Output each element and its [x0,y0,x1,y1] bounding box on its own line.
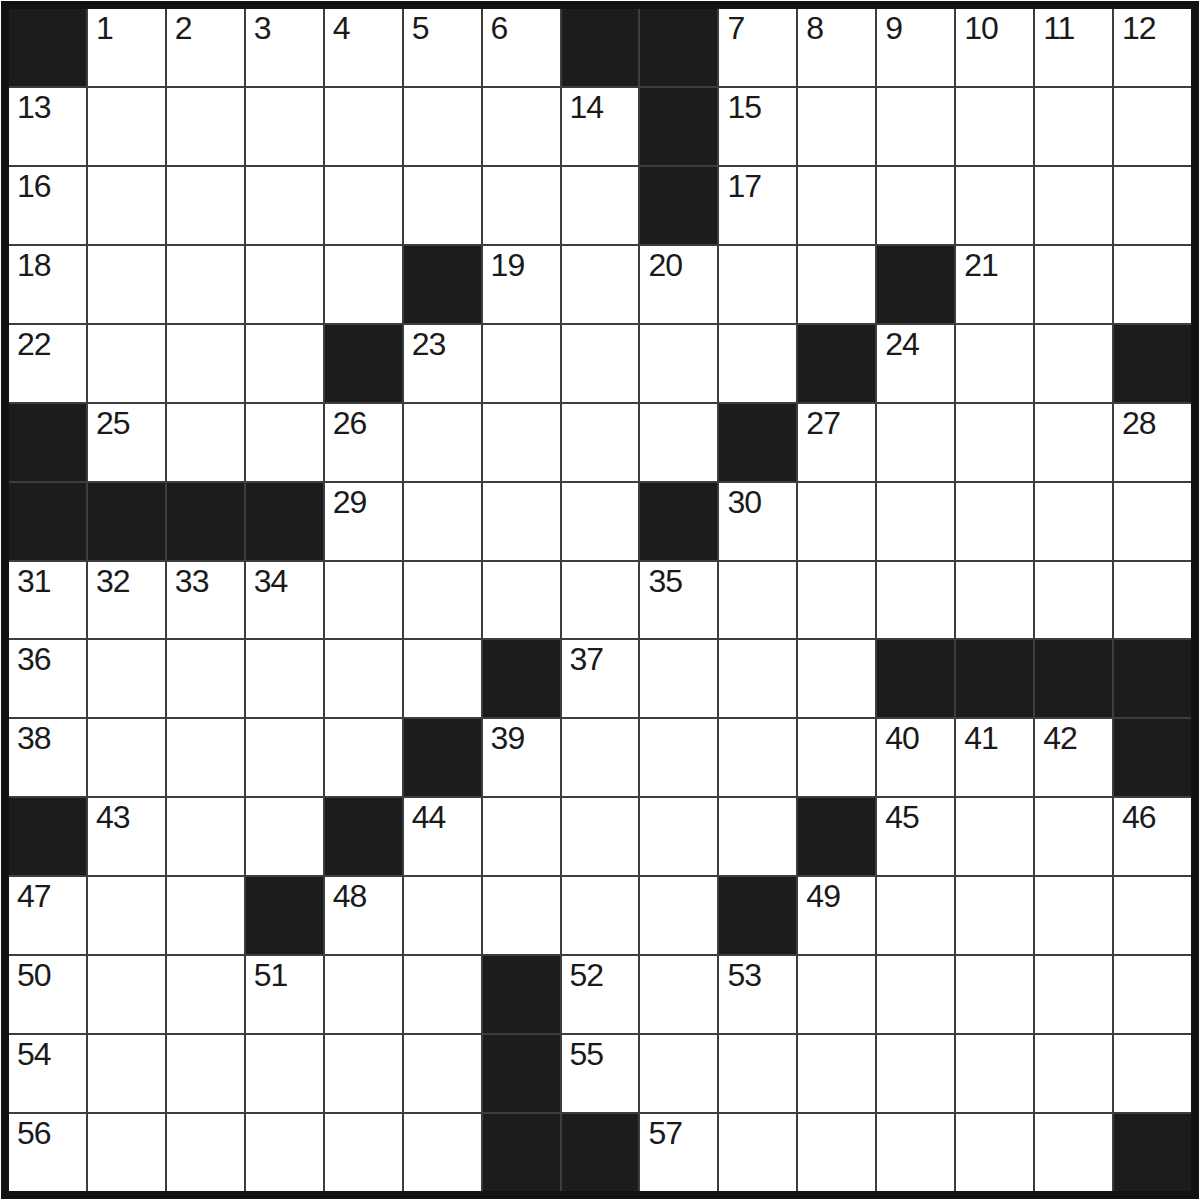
cell-r5c2[interactable] [88,325,165,402]
cell-r8c11[interactable] [798,562,875,639]
cell-r14c2[interactable] [88,1035,165,1112]
cell-r3c7[interactable] [483,167,560,244]
clue-number-33: 33 [167,562,244,599]
clue-number-46: 46 [1114,798,1191,835]
cell-r6c10-black [719,404,796,481]
clue-number-57: 57 [640,1114,717,1151]
cell-r15c5[interactable] [325,1114,402,1191]
cell-r3c14[interactable] [1035,167,1112,244]
cell-r8c13[interactable] [956,562,1033,639]
clue-number-34: 34 [246,562,323,599]
cell-r12c3[interactable] [167,877,244,954]
clue-number-32: 32 [88,562,165,599]
cell-r5c14[interactable] [1035,325,1112,402]
cell-r13c1[interactable]: 50 [9,956,86,1033]
cell-r14c6[interactable] [404,1035,481,1112]
cell-r10c8[interactable] [562,719,639,796]
cell-r6c14[interactable] [1035,404,1112,481]
cell-r11c9[interactable] [640,798,717,875]
cell-r2c14[interactable] [1035,88,1112,165]
clue-number-52: 52 [562,956,639,993]
clue-number-4: 4 [325,9,402,46]
cell-r6c2[interactable]: 25 [88,404,165,481]
cell-r1c10[interactable]: 7 [719,9,796,86]
cell-r2c8[interactable]: 14 [562,88,639,165]
cell-r13c7-black [483,956,560,1033]
cell-r9c11[interactable] [798,640,875,717]
cell-r1c11[interactable]: 8 [798,9,875,86]
cell-r7c14[interactable] [1035,483,1112,560]
clue-number-30: 30 [719,483,796,520]
cell-r11c8[interactable] [562,798,639,875]
cell-r4c14[interactable] [1035,246,1112,323]
cell-r8c14[interactable] [1035,562,1112,639]
cell-r8c4[interactable]: 34 [246,562,323,639]
cell-r9c13-black [956,640,1033,717]
cell-r9c4[interactable] [246,640,323,717]
cell-r3c12[interactable] [877,167,954,244]
clue-number-24: 24 [877,325,954,362]
cell-r15c15-black [1114,1114,1191,1191]
cell-r8c10[interactable] [719,562,796,639]
cell-r9c10[interactable] [719,640,796,717]
clue-number-43: 43 [88,798,165,835]
cell-r3c1[interactable]: 16 [9,167,86,244]
cell-r15c12[interactable] [877,1114,954,1191]
cell-r5c8[interactable] [562,325,639,402]
cell-r5c12[interactable]: 24 [877,325,954,402]
cell-r3c11[interactable] [798,167,875,244]
cell-r2c9-black [640,88,717,165]
cell-r9c5[interactable] [325,640,402,717]
cell-r7c3-black [167,483,244,560]
cell-r7c7[interactable] [483,483,560,560]
cell-r8c15[interactable] [1114,562,1191,639]
cell-r11c2[interactable]: 43 [88,798,165,875]
clue-number-26: 26 [325,404,402,441]
cell-r10c10[interactable] [719,719,796,796]
cell-r1c15[interactable]: 12 [1114,9,1191,86]
clue-number-36: 36 [9,640,86,677]
cell-r12c14[interactable] [1035,877,1112,954]
cell-r2c7[interactable] [483,88,560,165]
clue-number-54: 54 [9,1035,86,1072]
cell-r2c4[interactable] [246,88,323,165]
cell-r6c4[interactable] [246,404,323,481]
clue-number-21: 21 [956,246,1033,283]
cell-r4c9[interactable]: 20 [640,246,717,323]
cell-r6c15[interactable]: 28 [1114,404,1191,481]
clue-number-25: 25 [88,404,165,441]
clue-number-11: 11 [1035,9,1112,46]
cell-r10c12[interactable]: 40 [877,719,954,796]
cell-r3c4[interactable] [246,167,323,244]
clue-number-27: 27 [798,404,875,441]
cell-r4c3[interactable] [167,246,244,323]
clue-number-48: 48 [325,877,402,914]
cell-r3c15[interactable] [1114,167,1191,244]
cell-r14c14[interactable] [1035,1035,1112,1112]
cell-r11c1-black [9,798,86,875]
cell-r9c15-black [1114,640,1191,717]
cell-r7c9-black [640,483,717,560]
cell-r10c1[interactable]: 38 [9,719,86,796]
cell-r8c5[interactable] [325,562,402,639]
clue-number-16: 16 [9,167,86,204]
cell-r9c9[interactable] [640,640,717,717]
cell-r15c1[interactable]: 56 [9,1114,86,1191]
cell-r14c4[interactable] [246,1035,323,1112]
cell-r6c13[interactable] [956,404,1033,481]
cell-r3c6[interactable] [404,167,481,244]
cell-r8c1[interactable]: 31 [9,562,86,639]
cell-r6c6[interactable] [404,404,481,481]
cell-r9c1[interactable]: 36 [9,640,86,717]
cell-r7c6[interactable] [404,483,481,560]
cell-r10c7[interactable]: 39 [483,719,560,796]
cell-r13c5[interactable] [325,956,402,1033]
cell-r1c6[interactable]: 5 [404,9,481,86]
clue-number-1: 1 [88,9,165,46]
cell-r5c1[interactable]: 22 [9,325,86,402]
crossword-page: 1234567891011121314151617181920212223242… [0,0,1200,1200]
cell-r13c13[interactable] [956,956,1033,1033]
clue-number-42: 42 [1035,719,1112,756]
clue-number-5: 5 [404,9,481,46]
clue-number-8: 8 [798,9,875,46]
cell-r12c12[interactable] [877,877,954,954]
cell-r4c4[interactable] [246,246,323,323]
cell-r9c7-black [483,640,560,717]
cell-r12c1[interactable]: 47 [9,877,86,954]
cell-r5c5-black [325,325,402,402]
cell-r6c5[interactable]: 26 [325,404,402,481]
cell-r11c10[interactable] [719,798,796,875]
cell-r3c8[interactable] [562,167,639,244]
cell-r7c8[interactable] [562,483,639,560]
cell-r8c8[interactable] [562,562,639,639]
cell-r13c12[interactable] [877,956,954,1033]
cell-r11c11-black [798,798,875,875]
clue-number-31: 31 [9,562,86,599]
cell-r6c3[interactable] [167,404,244,481]
cell-r7c4-black [246,483,323,560]
cell-r6c7[interactable] [483,404,560,481]
cell-r8c2[interactable]: 32 [88,562,165,639]
cell-r4c10[interactable] [719,246,796,323]
cell-r6c11[interactable]: 27 [798,404,875,481]
clue-number-29: 29 [325,483,402,520]
cell-r11c5-black [325,798,402,875]
clue-number-13: 13 [9,88,86,125]
cell-r11c15[interactable]: 46 [1114,798,1191,875]
cell-r9c14-black [1035,640,1112,717]
cell-r14c9[interactable] [640,1035,717,1112]
cell-r7c11[interactable] [798,483,875,560]
cell-r2c3[interactable] [167,88,244,165]
cell-r12c15[interactable] [1114,877,1191,954]
cell-r5c15-black [1114,325,1191,402]
cell-r1c4[interactable]: 3 [246,9,323,86]
cell-r14c1[interactable]: 54 [9,1035,86,1112]
clue-number-14: 14 [562,88,639,125]
cell-r9c6[interactable] [404,640,481,717]
cell-r15c3[interactable] [167,1114,244,1191]
cell-r8c7[interactable] [483,562,560,639]
cell-r6c8[interactable] [562,404,639,481]
clue-number-44: 44 [404,798,481,835]
cell-r7c1-black [9,483,86,560]
cell-r13c4[interactable]: 51 [246,956,323,1033]
clue-number-53: 53 [719,956,796,993]
cell-r10c15-black [1114,719,1191,796]
cell-r10c6-black [404,719,481,796]
clue-number-51: 51 [246,956,323,993]
cell-r15c13[interactable] [956,1114,1033,1191]
cell-r15c2[interactable] [88,1114,165,1191]
cell-r3c9-black [640,167,717,244]
cell-r14c12[interactable] [877,1035,954,1112]
cell-r8c12[interactable] [877,562,954,639]
cell-r3c5[interactable] [325,167,402,244]
cell-r12c5[interactable]: 48 [325,877,402,954]
clue-number-17: 17 [719,167,796,204]
cell-r11c4[interactable] [246,798,323,875]
cell-r1c5[interactable]: 4 [325,9,402,86]
cell-r2c6[interactable] [404,88,481,165]
cell-r10c3[interactable] [167,719,244,796]
cell-r3c13[interactable] [956,167,1033,244]
clue-number-39: 39 [483,719,560,756]
cell-r15c10[interactable] [719,1114,796,1191]
cell-r12c2[interactable] [88,877,165,954]
cell-r13c11[interactable] [798,956,875,1033]
cell-r7c12[interactable] [877,483,954,560]
cell-r14c5[interactable] [325,1035,402,1112]
cell-r7c15[interactable] [1114,483,1191,560]
cell-r14c13[interactable] [956,1035,1033,1112]
clue-number-23: 23 [404,325,481,362]
cell-r13c14[interactable] [1035,956,1112,1033]
cell-r5c11-black [798,325,875,402]
cell-r13c8[interactable]: 52 [562,956,639,1033]
cell-r9c3[interactable] [167,640,244,717]
clue-number-45: 45 [877,798,954,835]
cell-r4c12-black [877,246,954,323]
cell-r15c9[interactable]: 57 [640,1114,717,1191]
cell-r1c2[interactable]: 1 [88,9,165,86]
cell-r4c1[interactable]: 18 [9,246,86,323]
cell-r2c13[interactable] [956,88,1033,165]
cell-r11c12[interactable]: 45 [877,798,954,875]
cell-r9c8[interactable]: 37 [562,640,639,717]
cell-r14c7-black [483,1035,560,1112]
cell-r6c9[interactable] [640,404,717,481]
clue-number-35: 35 [640,562,717,599]
clue-number-47: 47 [9,877,86,914]
clue-number-56: 56 [9,1114,86,1151]
cell-r11c3[interactable] [167,798,244,875]
cell-r14c3[interactable] [167,1035,244,1112]
cell-r12c7[interactable] [483,877,560,954]
clue-number-38: 38 [9,719,86,756]
cell-r5c10[interactable] [719,325,796,402]
cell-r15c8-black [562,1114,639,1191]
cell-r13c10[interactable]: 53 [719,956,796,1033]
cell-r8c9[interactable]: 35 [640,562,717,639]
cell-r2c5[interactable] [325,88,402,165]
cell-r10c14[interactable]: 42 [1035,719,1112,796]
cell-r12c6[interactable] [404,877,481,954]
cell-r4c15[interactable] [1114,246,1191,323]
cell-r8c3[interactable]: 33 [167,562,244,639]
clue-number-9: 9 [877,9,954,46]
clue-number-18: 18 [9,246,86,283]
clue-number-37: 37 [562,640,639,677]
cell-r13c9[interactable] [640,956,717,1033]
cell-r11c7[interactable] [483,798,560,875]
cell-r15c4[interactable] [246,1114,323,1191]
clue-number-49: 49 [798,877,875,914]
cell-r4c6-black [404,246,481,323]
cell-r10c11[interactable] [798,719,875,796]
cell-r3c3[interactable] [167,167,244,244]
cell-r1c14[interactable]: 11 [1035,9,1112,86]
cell-r13c3[interactable] [167,956,244,1033]
cell-r1c1-black [9,9,86,86]
cell-r14c15[interactable] [1114,1035,1191,1112]
cell-r2c11[interactable] [798,88,875,165]
cell-r5c13[interactable] [956,325,1033,402]
cell-r1c3[interactable]: 2 [167,9,244,86]
cell-r15c7-black [483,1114,560,1191]
cell-r4c13[interactable]: 21 [956,246,1033,323]
cell-r1c9-black [640,9,717,86]
cell-r14c10[interactable] [719,1035,796,1112]
cell-r10c4[interactable] [246,719,323,796]
cell-r4c11[interactable] [798,246,875,323]
cell-r12c11[interactable]: 49 [798,877,875,954]
cell-r12c4-black [246,877,323,954]
clue-number-20: 20 [640,246,717,283]
clue-number-2: 2 [167,9,244,46]
clue-number-6: 6 [483,9,560,46]
cell-r3c10[interactable]: 17 [719,167,796,244]
cell-r11c6[interactable]: 44 [404,798,481,875]
clue-number-50: 50 [9,956,86,993]
cell-r5c7[interactable] [483,325,560,402]
cell-r13c15[interactable] [1114,956,1191,1033]
cell-r4c8[interactable] [562,246,639,323]
clue-number-3: 3 [246,9,323,46]
cell-r6c1-black [9,404,86,481]
cell-r12c9[interactable] [640,877,717,954]
cell-r3c2[interactable] [88,167,165,244]
cell-r2c2[interactable] [88,88,165,165]
cell-r6c12[interactable] [877,404,954,481]
clue-number-19: 19 [483,246,560,283]
cell-r4c5[interactable] [325,246,402,323]
clue-number-55: 55 [562,1035,639,1072]
cell-r14c11[interactable] [798,1035,875,1112]
cell-r4c2[interactable] [88,246,165,323]
cell-r9c2[interactable] [88,640,165,717]
cell-r4c7[interactable]: 19 [483,246,560,323]
cell-r8c6[interactable] [404,562,481,639]
cell-r1c12[interactable]: 9 [877,9,954,86]
cell-r10c9[interactable] [640,719,717,796]
cell-r1c13[interactable]: 10 [956,9,1033,86]
cell-r11c14[interactable] [1035,798,1112,875]
cell-r10c13[interactable]: 41 [956,719,1033,796]
cell-r7c2-black [88,483,165,560]
cell-r12c10-black [719,877,796,954]
cell-r1c8-black [562,9,639,86]
cell-r2c10[interactable]: 15 [719,88,796,165]
cell-r7c5[interactable]: 29 [325,483,402,560]
cell-r5c6[interactable]: 23 [404,325,481,402]
cell-r12c8[interactable] [562,877,639,954]
crossword-board: 1234567891011121314151617181920212223242… [1,1,1199,1199]
clue-number-28: 28 [1114,404,1191,441]
clue-number-41: 41 [956,719,1033,756]
clue-number-10: 10 [956,9,1033,46]
cell-r15c6[interactable] [404,1114,481,1191]
clue-number-7: 7 [719,9,796,46]
cell-r10c2[interactable] [88,719,165,796]
cell-r7c13[interactable] [956,483,1033,560]
cell-r7c10[interactable]: 30 [719,483,796,560]
cell-r2c15[interactable] [1114,88,1191,165]
clue-number-22: 22 [9,325,86,362]
cell-r13c2[interactable] [88,956,165,1033]
cell-r5c4[interactable] [246,325,323,402]
cell-r1c7[interactable]: 6 [483,9,560,86]
cell-r10c5[interactable] [325,719,402,796]
clue-number-15: 15 [719,88,796,125]
cell-r12c13[interactable] [956,877,1033,954]
cell-r14c8[interactable]: 55 [562,1035,639,1112]
clue-number-12: 12 [1114,9,1191,46]
cell-r13c6[interactable] [404,956,481,1033]
cell-r2c12[interactable] [877,88,954,165]
cell-r5c9[interactable] [640,325,717,402]
clue-number-40: 40 [877,719,954,756]
cell-r5c3[interactable] [167,325,244,402]
cell-r2c1[interactable]: 13 [9,88,86,165]
cell-r15c14[interactable] [1035,1114,1112,1191]
cell-r15c11[interactable] [798,1114,875,1191]
cell-r11c13[interactable] [956,798,1033,875]
cell-r9c12-black [877,640,954,717]
